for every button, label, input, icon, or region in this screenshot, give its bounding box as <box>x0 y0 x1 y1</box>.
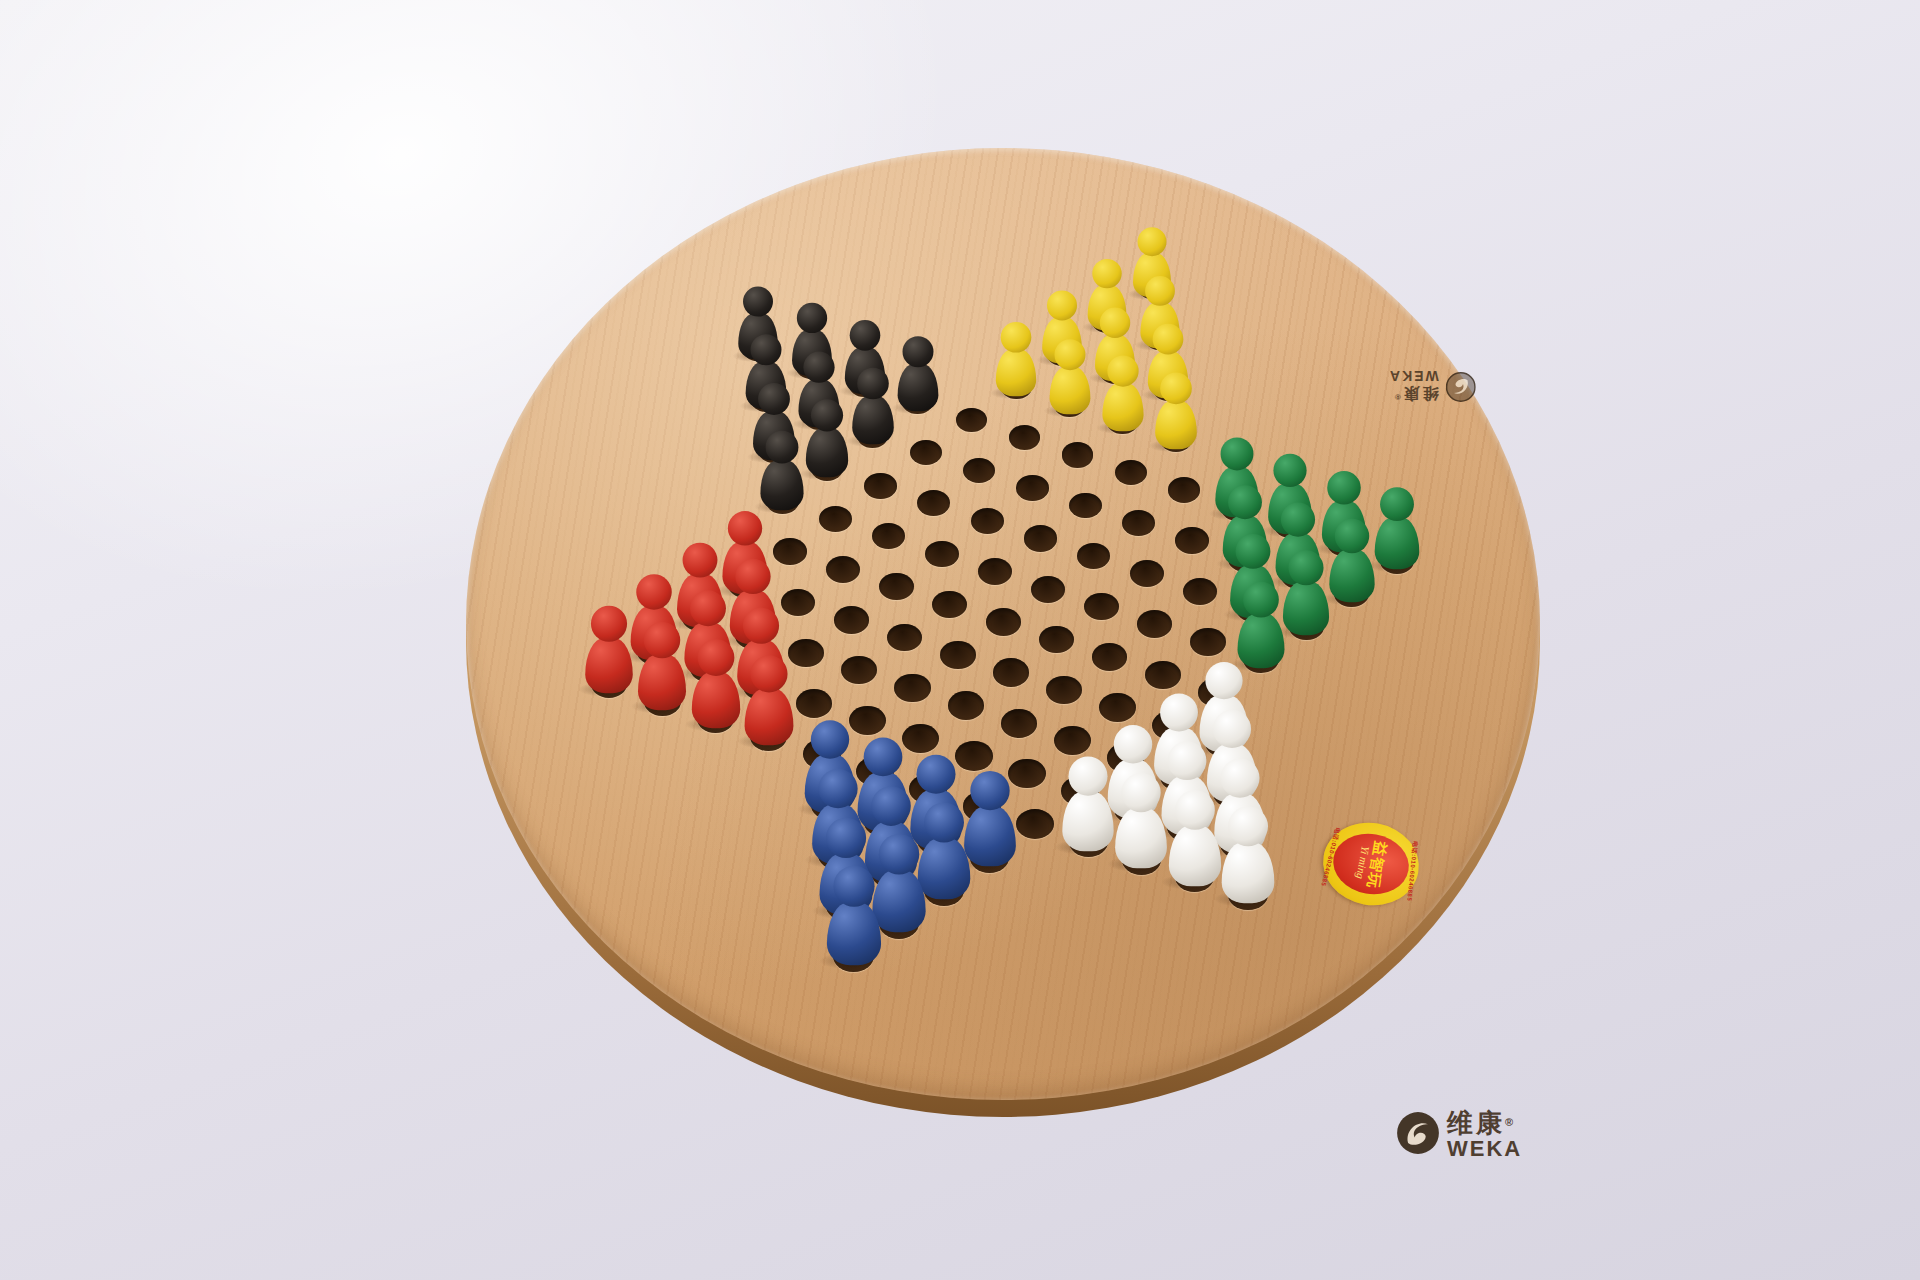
board-hole[interactable] <box>841 656 877 684</box>
peg-body <box>996 349 1036 396</box>
board-hole[interactable] <box>1137 610 1172 638</box>
peg-head <box>743 286 773 316</box>
board-hole[interactable] <box>963 458 995 483</box>
peg-head <box>758 383 790 415</box>
peg-head <box>849 320 880 351</box>
board-hole[interactable] <box>940 641 976 669</box>
board-hole[interactable] <box>1077 543 1111 570</box>
board-hole[interactable] <box>971 508 1004 534</box>
peg-white[interactable] <box>1221 807 1274 904</box>
board-hole[interactable] <box>1168 477 1201 503</box>
board-hole-grid <box>466 148 1540 1100</box>
peg-green[interactable] <box>1238 582 1285 668</box>
peg-white[interactable] <box>1062 756 1113 851</box>
peg-body <box>1102 383 1143 431</box>
peg-head <box>864 738 903 777</box>
board-hole[interactable] <box>910 440 942 465</box>
board-hole[interactable] <box>948 691 985 720</box>
board-hole[interactable] <box>1016 475 1049 501</box>
peg-head <box>1175 790 1215 830</box>
peg-head <box>637 574 673 610</box>
board-hole[interactable] <box>894 674 930 703</box>
peg-body <box>1115 808 1167 868</box>
peg-body <box>827 902 881 965</box>
peg-head <box>1160 372 1192 404</box>
peg-head <box>591 605 627 641</box>
peg-head <box>1138 227 1167 256</box>
peg-head <box>970 771 1009 810</box>
brand-chinese: 维康 <box>1401 385 1439 402</box>
board-hole[interactable] <box>781 589 816 616</box>
board-hole[interactable] <box>1069 493 1102 519</box>
peg-head <box>811 399 843 431</box>
peg-yellow[interactable] <box>996 322 1036 396</box>
peg-body <box>744 689 793 746</box>
peg-head <box>1153 324 1184 355</box>
peg-head <box>833 866 874 907</box>
peg-head <box>735 559 770 594</box>
board-hole[interactable] <box>887 624 922 652</box>
peg-head <box>1220 758 1259 797</box>
board-hole[interactable] <box>879 573 913 600</box>
peg-head <box>1228 486 1262 520</box>
peg-head <box>1243 582 1279 618</box>
peg-head <box>682 542 717 577</box>
board-hole[interactable] <box>1009 425 1041 450</box>
board-hole[interactable] <box>1084 593 1119 620</box>
peg-blue[interactable] <box>827 866 881 966</box>
board-hole[interactable] <box>1130 560 1164 587</box>
peg-body <box>585 638 633 693</box>
peg-body <box>918 838 971 899</box>
board-hole[interactable] <box>1099 693 1136 722</box>
peg-head <box>917 754 956 793</box>
peg-head <box>1289 551 1324 586</box>
board-hole[interactable] <box>1031 576 1065 603</box>
photo-backdrop: 维康® WEKA 维康® WEKA 电话:010-60246885 益智玩 Yi… <box>0 0 1920 1280</box>
board-hole[interactable] <box>796 689 833 718</box>
weka-logo-bottom: 维康® WEKA <box>1396 1110 1522 1160</box>
peg-white[interactable] <box>1115 773 1167 868</box>
peg-red[interactable] <box>638 622 686 710</box>
peg-yellow[interactable] <box>1049 339 1090 414</box>
board-hole[interactable] <box>917 490 950 516</box>
peg-blue[interactable] <box>918 803 971 900</box>
peg-body <box>1155 400 1197 448</box>
weka-swirl-icon <box>1396 1111 1440 1159</box>
peg-body <box>964 806 1016 866</box>
peg-head <box>1145 276 1175 306</box>
peg-head <box>796 303 826 333</box>
peg-head <box>879 834 920 875</box>
peg-body <box>1168 825 1220 886</box>
peg-head <box>1114 725 1152 763</box>
peg-head <box>924 803 964 843</box>
peg-body <box>638 655 686 711</box>
peg-body <box>806 428 848 477</box>
peg-black[interactable] <box>761 431 804 510</box>
peg-head <box>1001 322 1032 353</box>
peg-head <box>1236 534 1271 569</box>
board-hole[interactable] <box>864 473 897 499</box>
peg-body <box>1283 582 1329 636</box>
board-hole[interactable] <box>1092 643 1128 671</box>
weka-swirl-icon <box>1446 368 1476 402</box>
peg-red[interactable] <box>744 656 793 746</box>
peg-head <box>1274 454 1307 487</box>
board-hole[interactable] <box>1062 442 1094 467</box>
peg-head <box>1160 693 1198 731</box>
peg-head <box>1167 742 1206 781</box>
peg-red[interactable] <box>585 605 633 692</box>
peg-head <box>826 817 866 857</box>
peg-head <box>751 334 782 365</box>
registered-mark: ® <box>1395 392 1401 401</box>
registered-mark: ® <box>1505 1116 1513 1128</box>
board-hole[interactable] <box>819 506 852 532</box>
peg-body <box>1062 791 1113 851</box>
peg-head <box>1069 756 1108 795</box>
board-hole[interactable] <box>1175 527 1209 554</box>
peg-head <box>1221 437 1254 470</box>
peg-body <box>852 396 894 444</box>
board-hole[interactable] <box>1190 628 1225 656</box>
peg-body <box>1221 843 1274 904</box>
peg-head <box>644 622 680 658</box>
board-hole[interactable] <box>773 538 807 565</box>
peg-head <box>1281 502 1315 536</box>
peg-head <box>690 591 726 627</box>
board-hole[interactable] <box>1122 510 1155 536</box>
peg-head <box>1327 471 1361 505</box>
board-hole[interactable] <box>1183 578 1217 605</box>
peg-head <box>1213 710 1251 748</box>
board-hole[interactable] <box>1001 709 1038 738</box>
peg-body <box>898 364 939 411</box>
peg-black[interactable] <box>852 368 894 444</box>
board-hole[interactable] <box>986 608 1021 636</box>
peg-head <box>1334 519 1368 553</box>
peg-head <box>871 786 911 826</box>
peg-body <box>1329 550 1374 603</box>
peg-red[interactable] <box>691 639 739 728</box>
chinese-checkers-board: 维康® WEKA 维康® WEKA <box>466 148 1540 1100</box>
board-hole[interactable] <box>1024 525 1058 551</box>
peg-body <box>691 672 739 728</box>
peg-head <box>728 511 762 545</box>
board-hole[interactable] <box>1016 809 1055 840</box>
peg-head <box>1380 488 1414 522</box>
peg-green[interactable] <box>1375 488 1420 570</box>
peg-yellow[interactable] <box>1155 372 1197 449</box>
sticker-center: 益智玩 Yi ming <box>1328 828 1413 900</box>
peg-black[interactable] <box>898 337 939 412</box>
peg-body <box>1049 366 1090 413</box>
board-hole[interactable] <box>834 606 869 634</box>
board-hole[interactable] <box>1115 460 1147 486</box>
board-hole[interactable] <box>978 558 1012 585</box>
peg-head <box>818 769 857 808</box>
peg-green[interactable] <box>1329 519 1374 602</box>
board-hole[interactable] <box>1039 626 1074 654</box>
peg-body <box>761 460 804 510</box>
peg-head <box>804 351 835 382</box>
peg-white[interactable] <box>1168 790 1220 886</box>
peg-body <box>1238 614 1285 668</box>
board-hole[interactable] <box>1145 661 1181 689</box>
peg-blue[interactable] <box>964 771 1016 866</box>
board-hole[interactable] <box>932 591 967 618</box>
brand-chinese: 维康 <box>1447 1108 1505 1138</box>
peg-head <box>1107 355 1138 386</box>
peg-head <box>1047 290 1077 320</box>
peg-head <box>697 639 734 676</box>
board-hole[interactable] <box>788 639 824 667</box>
peg-head <box>811 721 849 759</box>
weka-logo-top: 维康® WEKA <box>1388 368 1476 402</box>
peg-head <box>1054 339 1085 370</box>
peg-head <box>1205 662 1242 699</box>
board-hole[interactable] <box>872 523 905 549</box>
peg-yellow[interactable] <box>1102 355 1143 431</box>
peg-head <box>1100 307 1130 337</box>
peg-head <box>743 607 779 643</box>
peg-head <box>750 656 787 693</box>
peg-head <box>857 368 889 400</box>
board-hole[interactable] <box>826 556 860 583</box>
peg-head <box>1122 773 1161 812</box>
brand-latin: WEKA <box>1388 369 1439 383</box>
board-hole[interactable] <box>1046 676 1082 705</box>
peg-head <box>1092 259 1121 288</box>
board-hole[interactable] <box>1054 726 1091 755</box>
peg-head <box>902 337 933 368</box>
peg-black[interactable] <box>806 399 848 477</box>
brand-latin: WEKA <box>1447 1138 1522 1160</box>
peg-green[interactable] <box>1283 551 1329 636</box>
board-hole[interactable] <box>993 658 1029 686</box>
peg-body <box>1375 518 1420 570</box>
peg-head <box>1228 807 1268 847</box>
peg-head <box>766 431 799 464</box>
board-hole[interactable] <box>925 541 959 568</box>
board-hole[interactable] <box>956 408 987 433</box>
